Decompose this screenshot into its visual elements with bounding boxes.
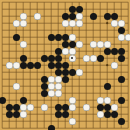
white-stone[interactable]: ● <box>90 41 97 48</box>
white-stone[interactable]: ● <box>13 83 20 90</box>
white-stone[interactable]: ● <box>41 104 48 111</box>
black-stone[interactable]: ● <box>118 118 125 125</box>
black-stone[interactable]: ● <box>118 97 125 104</box>
black-stone[interactable]: ● <box>76 6 83 13</box>
black-stone[interactable]: ● <box>55 48 62 55</box>
black-stone[interactable]: ● <box>48 62 55 69</box>
white-stone[interactable]: ● <box>104 41 111 48</box>
white-stone[interactable]: ● <box>20 13 27 20</box>
white-stone[interactable]: ● <box>69 34 76 41</box>
white-stone[interactable]: ● <box>76 69 83 76</box>
white-stone[interactable]: ● <box>69 118 76 125</box>
star-point <box>106 64 108 66</box>
black-stone[interactable]: ● <box>13 34 20 41</box>
white-stone[interactable]: ● <box>118 20 125 27</box>
white-stone[interactable]: ● <box>48 83 55 90</box>
black-stone[interactable]: ● <box>118 55 125 62</box>
star-point <box>106 22 108 24</box>
white-stone[interactable]: ● <box>55 90 62 97</box>
black-stone[interactable]: ● <box>104 104 111 111</box>
white-stone[interactable]: ● <box>69 48 76 55</box>
black-stone[interactable]: ● <box>48 34 55 41</box>
white-stone[interactable]: ● <box>27 104 34 111</box>
black-stone[interactable]: ● <box>48 55 55 62</box>
black-stone[interactable]: ● <box>20 97 27 104</box>
black-stone[interactable]: ● <box>27 62 34 69</box>
white-stone[interactable]: ● <box>13 20 20 27</box>
black-stone[interactable]: ● <box>62 111 69 118</box>
black-stone[interactable]: ● <box>111 13 118 20</box>
white-stone[interactable]: ● <box>83 104 90 111</box>
black-stone[interactable]: ● <box>62 104 69 111</box>
black-stone[interactable]: ● <box>41 90 48 97</box>
white-stone[interactable]: ● <box>20 41 27 48</box>
black-stone[interactable]: ● <box>48 125 55 130</box>
white-stone[interactable]: ● <box>111 62 118 69</box>
black-stone[interactable]: ● <box>41 83 48 90</box>
black-stone[interactable]: ● <box>41 76 48 83</box>
white-stone[interactable]: ● <box>125 34 130 41</box>
black-stone[interactable]: ● <box>62 62 69 69</box>
white-stone[interactable]: ● <box>69 104 76 111</box>
black-stone[interactable]: ● <box>62 76 69 83</box>
black-stone[interactable]: ● <box>69 6 76 13</box>
black-stone[interactable]: ● <box>62 34 69 41</box>
black-stone[interactable]: ● <box>55 55 62 62</box>
black-stone[interactable]: ● <box>55 104 62 111</box>
white-stone[interactable]: ● <box>118 34 125 41</box>
white-stone[interactable]: ● <box>13 62 20 69</box>
black-stone[interactable]: ● <box>111 48 118 55</box>
black-stone[interactable]: ● <box>97 55 104 62</box>
white-stone[interactable]: ● <box>76 20 83 27</box>
black-stone[interactable]: ● <box>62 13 69 20</box>
black-stone[interactable]: ● <box>111 111 118 118</box>
black-stone[interactable]: ● <box>20 55 27 62</box>
white-stone[interactable]: ● <box>69 20 76 27</box>
black-stone[interactable]: ● <box>104 48 111 55</box>
black-stone[interactable]: ● <box>55 34 62 41</box>
black-stone[interactable]: ● <box>104 83 111 90</box>
white-stone[interactable]: ● <box>6 62 13 69</box>
black-stone[interactable]: ● <box>62 41 69 48</box>
white-stone[interactable]: ● <box>111 20 118 27</box>
white-stone[interactable]: ● <box>20 111 27 118</box>
white-stone[interactable]: ● <box>20 104 27 111</box>
black-stone[interactable]: ● <box>0 97 6 104</box>
black-stone[interactable]: ● <box>69 13 76 20</box>
white-stone[interactable]: ● <box>76 41 83 48</box>
black-stone[interactable]: ● <box>104 13 111 20</box>
black-stone[interactable]: ● <box>97 104 104 111</box>
white-stone[interactable]: ● <box>83 55 90 62</box>
white-stone[interactable]: ● <box>104 97 111 104</box>
white-stone[interactable]: ● <box>62 48 69 55</box>
white-stone[interactable]: ● <box>69 97 76 104</box>
white-stone[interactable]: ● <box>97 97 104 104</box>
black-stone[interactable]: ● <box>69 41 76 48</box>
black-stone[interactable]: ● <box>55 111 62 118</box>
black-stone[interactable]: ● <box>118 76 125 83</box>
black-stone[interactable]: ● <box>118 27 125 34</box>
black-stone[interactable]: ● <box>13 104 20 111</box>
white-stone[interactable]: ● <box>76 13 83 20</box>
white-stone[interactable]: ● <box>97 41 104 48</box>
black-stone[interactable]: ● <box>41 55 48 62</box>
black-stone[interactable]: ● <box>104 111 111 118</box>
white-stone[interactable]: ● <box>111 104 118 111</box>
black-stone[interactable]: ● <box>90 13 97 20</box>
go-board[interactable]: ●●●●●●●●●●●●●●●●●●●●●●●●●●●●●●●●●●●●●●●●… <box>0 0 130 130</box>
black-stone[interactable]: ● <box>62 69 69 76</box>
white-stone[interactable]: ● <box>48 76 55 83</box>
white-stone[interactable]: ● <box>34 13 41 20</box>
white-stone[interactable]: ● <box>97 111 104 118</box>
white-stone[interactable]: ● <box>48 90 55 97</box>
black-stone[interactable]: ● <box>118 48 125 55</box>
black-stone[interactable]: ● <box>6 111 13 118</box>
black-stone[interactable]: ● <box>55 69 62 76</box>
black-stone[interactable]: ● <box>34 62 41 69</box>
white-stone[interactable]: ● <box>55 76 62 83</box>
white-stone[interactable]: ● <box>62 20 69 27</box>
black-stone[interactable]: ● <box>13 111 20 118</box>
black-stone[interactable]: ● <box>6 104 13 111</box>
black-stone[interactable]: ● <box>20 62 27 69</box>
black-stone[interactable]: ● <box>69 69 76 76</box>
white-stone[interactable]: ● <box>55 83 62 90</box>
black-stone[interactable]: ● <box>55 62 62 69</box>
white-stone[interactable]: ● <box>90 55 97 62</box>
white-stone[interactable]: ● <box>20 20 27 27</box>
